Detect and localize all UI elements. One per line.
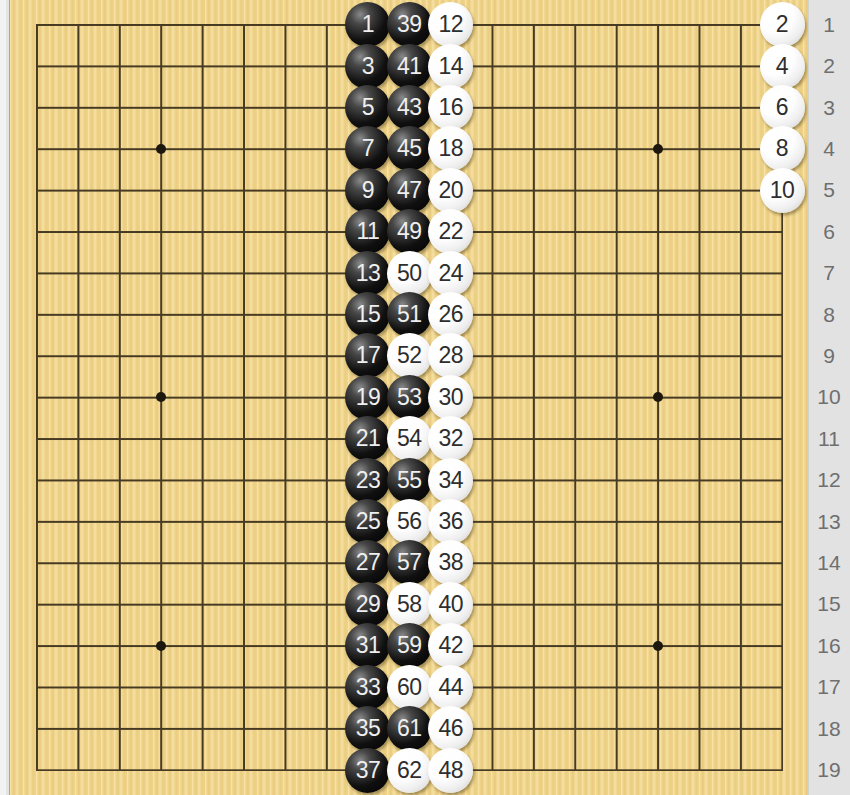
star-point xyxy=(156,641,166,651)
stone[interactable]: 7 xyxy=(345,126,390,171)
stone[interactable]: 5 xyxy=(345,85,390,130)
stone[interactable]: 45 xyxy=(387,126,432,171)
stone[interactable]: 52 xyxy=(387,333,432,378)
star-point xyxy=(653,392,663,402)
stone[interactable]: 8 xyxy=(760,126,805,171)
stone[interactable]: 50 xyxy=(387,251,432,296)
stone[interactable]: 9 xyxy=(345,168,390,213)
row-label: 19 xyxy=(808,749,850,790)
stone[interactable]: 31 xyxy=(345,623,390,668)
stone[interactable]: 35 xyxy=(345,706,390,751)
stone[interactable]: 57 xyxy=(387,540,432,585)
row-label: 16 xyxy=(808,625,850,666)
row-label: 18 xyxy=(808,708,850,749)
stone[interactable]: 17 xyxy=(345,333,390,378)
stone[interactable]: 10 xyxy=(760,168,805,213)
stone[interactable]: 48 xyxy=(428,748,473,793)
row-label: 17 xyxy=(808,667,850,708)
stone[interactable]: 28 xyxy=(428,333,473,378)
row-label: 3 xyxy=(808,87,850,128)
stone[interactable]: 53 xyxy=(387,375,432,420)
stone[interactable]: 30 xyxy=(428,375,473,420)
stone[interactable]: 4 xyxy=(760,44,805,89)
stone[interactable]: 18 xyxy=(428,126,473,171)
stone[interactable]: 6 xyxy=(760,85,805,130)
row-coordinates-grid: 12345678910111213141516171819 xyxy=(808,4,850,791)
stone[interactable]: 39 xyxy=(387,2,432,47)
star-point xyxy=(156,392,166,402)
row-coordinates: 12345678910111213141516171819 xyxy=(808,0,850,795)
stone[interactable]: 23 xyxy=(345,458,390,503)
row-label: 14 xyxy=(808,542,850,583)
stone[interactable]: 11 xyxy=(345,209,390,254)
stone[interactable]: 16 xyxy=(428,85,473,130)
stone[interactable]: 51 xyxy=(387,292,432,337)
star-point xyxy=(156,144,166,154)
row-label: 10 xyxy=(808,377,850,418)
star-point xyxy=(653,144,663,154)
stone[interactable]: 38 xyxy=(428,540,473,585)
stone[interactable]: 32 xyxy=(428,416,473,461)
stone[interactable]: 58 xyxy=(387,582,432,627)
stone[interactable]: 33 xyxy=(345,665,390,710)
row-label: 11 xyxy=(808,418,850,459)
stone[interactable]: 29 xyxy=(345,582,390,627)
stone[interactable]: 59 xyxy=(387,623,432,668)
stone[interactable]: 37 xyxy=(345,748,390,793)
row-label: 6 xyxy=(808,211,850,252)
stone[interactable]: 34 xyxy=(428,458,473,503)
stone[interactable]: 22 xyxy=(428,209,473,254)
go-diagram: 1391223411445431667451889472010114922135… xyxy=(0,0,850,795)
row-label: 1 xyxy=(808,4,850,45)
stone[interactable]: 42 xyxy=(428,623,473,668)
board-surface[interactable]: 1391223411445431667451889472010114922135… xyxy=(10,0,808,795)
stone[interactable]: 3 xyxy=(345,44,390,89)
left-gutter xyxy=(0,0,10,795)
stone[interactable]: 61 xyxy=(387,706,432,751)
row-label: 13 xyxy=(808,501,850,542)
row-label: 2 xyxy=(808,45,850,86)
stones-grid: 1391223411445431667451889472010114922135… xyxy=(16,4,803,791)
stone[interactable]: 2 xyxy=(760,2,805,47)
stone[interactable]: 46 xyxy=(428,706,473,751)
row-label: 7 xyxy=(808,252,850,293)
row-label: 12 xyxy=(808,459,850,500)
stone[interactable]: 15 xyxy=(345,292,390,337)
stone[interactable]: 14 xyxy=(428,44,473,89)
stone[interactable]: 1 xyxy=(345,2,390,47)
stone[interactable]: 20 xyxy=(428,168,473,213)
stone[interactable]: 43 xyxy=(387,85,432,130)
stone[interactable]: 25 xyxy=(345,499,390,544)
stone[interactable]: 56 xyxy=(387,499,432,544)
stone[interactable]: 40 xyxy=(428,582,473,627)
row-label: 15 xyxy=(808,584,850,625)
stone[interactable]: 62 xyxy=(387,748,432,793)
stone[interactable]: 21 xyxy=(345,416,390,461)
stone[interactable]: 49 xyxy=(387,209,432,254)
row-label: 5 xyxy=(808,170,850,211)
stone[interactable]: 13 xyxy=(345,251,390,296)
row-label: 8 xyxy=(808,294,850,335)
stone[interactable]: 41 xyxy=(387,44,432,89)
stone[interactable]: 12 xyxy=(428,2,473,47)
stone[interactable]: 60 xyxy=(387,665,432,710)
stone[interactable]: 55 xyxy=(387,458,432,503)
stone[interactable]: 27 xyxy=(345,540,390,585)
stone[interactable]: 36 xyxy=(428,499,473,544)
stone[interactable]: 54 xyxy=(387,416,432,461)
stone[interactable]: 19 xyxy=(345,375,390,420)
stone[interactable]: 44 xyxy=(428,665,473,710)
row-label: 9 xyxy=(808,335,850,376)
stone[interactable]: 24 xyxy=(428,251,473,296)
stone[interactable]: 26 xyxy=(428,292,473,337)
stone[interactable]: 47 xyxy=(387,168,432,213)
row-label: 4 xyxy=(808,128,850,169)
star-point xyxy=(653,641,663,651)
